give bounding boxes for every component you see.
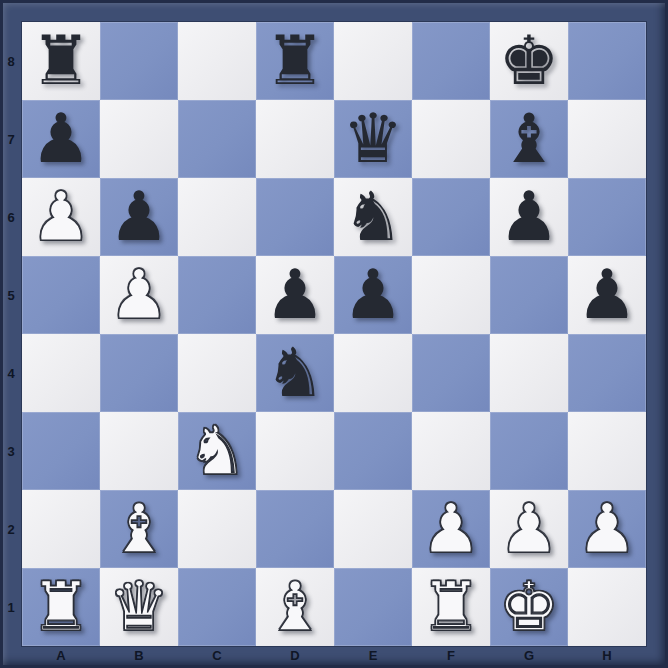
square-d7[interactable] [256,100,334,178]
square-g5[interactable] [490,256,568,334]
board-grid: ♜♜♚♟♛♝♟♟♞♟♟♟♟♟♞♞♝♟♟♟♜♛♝♜♚ [22,22,646,646]
piece-white-pawn-b5[interactable]: ♟ [109,256,170,334]
square-f4[interactable] [412,334,490,412]
square-c1[interactable] [178,568,256,646]
file-label-g: G [490,645,568,665]
piece-white-bishop-b2[interactable]: ♝ [109,490,170,568]
square-h2[interactable]: ♟ [568,490,646,568]
file-label-f: F [412,645,490,665]
file-label-a: A [22,645,100,665]
square-g3[interactable] [490,412,568,490]
piece-black-knight-e6[interactable]: ♞ [343,178,404,256]
piece-black-pawn-a7[interactable]: ♟ [31,100,92,178]
piece-white-king-g1[interactable]: ♚ [499,568,560,646]
square-b2[interactable]: ♝ [100,490,178,568]
square-g8[interactable]: ♚ [490,22,568,100]
square-a6[interactable]: ♟ [22,178,100,256]
rank-label-4: 4 [2,334,20,412]
square-h3[interactable] [568,412,646,490]
square-c4[interactable] [178,334,256,412]
piece-white-queen-b1[interactable]: ♛ [109,568,170,646]
square-d6[interactable] [256,178,334,256]
rank-label-6: 6 [2,178,20,256]
square-d2[interactable] [256,490,334,568]
square-h8[interactable] [568,22,646,100]
square-g1[interactable]: ♚ [490,568,568,646]
square-a2[interactable] [22,490,100,568]
piece-black-rook-d8[interactable]: ♜ [265,22,326,100]
square-b5[interactable]: ♟ [100,256,178,334]
square-g7[interactable]: ♝ [490,100,568,178]
piece-black-bishop-g7[interactable]: ♝ [499,100,560,178]
rank-label-7: 7 [2,100,20,178]
square-f3[interactable] [412,412,490,490]
square-g6[interactable]: ♟ [490,178,568,256]
square-a4[interactable] [22,334,100,412]
square-d8[interactable]: ♜ [256,22,334,100]
piece-white-knight-c3[interactable]: ♞ [187,412,248,490]
piece-black-king-g8[interactable]: ♚ [499,22,560,100]
square-d5[interactable]: ♟ [256,256,334,334]
square-c5[interactable] [178,256,256,334]
square-g2[interactable]: ♟ [490,490,568,568]
piece-white-pawn-a6[interactable]: ♟ [31,178,92,256]
square-a5[interactable] [22,256,100,334]
square-h5[interactable]: ♟ [568,256,646,334]
piece-black-pawn-h5[interactable]: ♟ [577,256,638,334]
square-f7[interactable] [412,100,490,178]
square-e5[interactable]: ♟ [334,256,412,334]
piece-white-pawn-h2[interactable]: ♟ [577,490,638,568]
square-b8[interactable] [100,22,178,100]
square-e4[interactable] [334,334,412,412]
square-h4[interactable] [568,334,646,412]
piece-white-rook-f1[interactable]: ♜ [421,568,482,646]
square-e2[interactable] [334,490,412,568]
square-b6[interactable]: ♟ [100,178,178,256]
piece-white-bishop-d1[interactable]: ♝ [265,568,326,646]
square-a8[interactable]: ♜ [22,22,100,100]
square-b4[interactable] [100,334,178,412]
piece-black-queen-e7[interactable]: ♛ [343,100,404,178]
piece-white-rook-a1[interactable]: ♜ [31,568,92,646]
file-label-d: D [256,645,334,665]
file-label-b: B [100,645,178,665]
rank-label-3: 3 [2,412,20,490]
square-c7[interactable] [178,100,256,178]
square-c8[interactable] [178,22,256,100]
piece-black-pawn-e5[interactable]: ♟ [343,256,404,334]
square-b3[interactable] [100,412,178,490]
square-c2[interactable] [178,490,256,568]
piece-white-pawn-g2[interactable]: ♟ [499,490,560,568]
square-c6[interactable] [178,178,256,256]
rank-label-1: 1 [2,568,20,646]
piece-black-pawn-b6[interactable]: ♟ [109,178,170,256]
square-f5[interactable] [412,256,490,334]
rank-label-8: 8 [2,22,20,100]
square-h1[interactable] [568,568,646,646]
square-e1[interactable] [334,568,412,646]
piece-black-pawn-d5[interactable]: ♟ [265,256,326,334]
file-label-h: H [568,645,646,665]
square-d4[interactable]: ♞ [256,334,334,412]
file-label-c: C [178,645,256,665]
square-a7[interactable]: ♟ [22,100,100,178]
piece-black-pawn-g6[interactable]: ♟ [499,178,560,256]
file-label-e: E [334,645,412,665]
square-e6[interactable]: ♞ [334,178,412,256]
square-h7[interactable] [568,100,646,178]
chess-board: ♜♜♚♟♛♝♟♟♞♟♟♟♟♟♞♞♝♟♟♟♜♛♝♜♚ 87654321 ABCDE… [0,0,668,668]
rank-label-5: 5 [2,256,20,334]
square-f8[interactable] [412,22,490,100]
square-f2[interactable]: ♟ [412,490,490,568]
square-e8[interactable] [334,22,412,100]
rank-label-2: 2 [2,490,20,568]
square-a1[interactable]: ♜ [22,568,100,646]
square-e3[interactable] [334,412,412,490]
square-e7[interactable]: ♛ [334,100,412,178]
piece-black-knight-d4[interactable]: ♞ [265,334,326,412]
square-b1[interactable]: ♛ [100,568,178,646]
square-c3[interactable]: ♞ [178,412,256,490]
square-d1[interactable]: ♝ [256,568,334,646]
square-a3[interactable] [22,412,100,490]
piece-white-pawn-f2[interactable]: ♟ [421,490,482,568]
square-g4[interactable] [490,334,568,412]
square-f6[interactable] [412,178,490,256]
piece-black-rook-a8[interactable]: ♜ [31,22,92,100]
square-d3[interactable] [256,412,334,490]
square-h6[interactable] [568,178,646,256]
square-f1[interactable]: ♜ [412,568,490,646]
square-b7[interactable] [100,100,178,178]
